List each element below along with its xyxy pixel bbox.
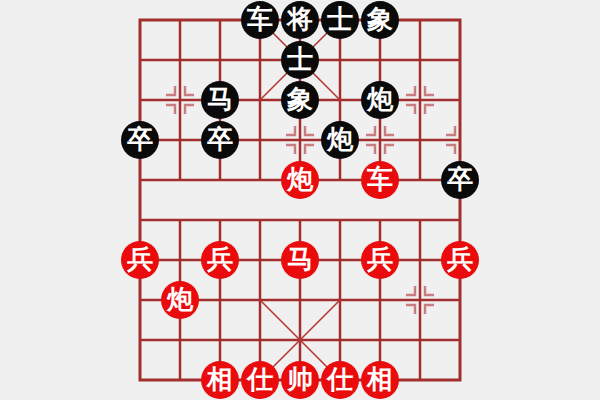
piece-black-soldier[interactable]: 卒: [201, 121, 239, 159]
piece-black-elephant[interactable]: 象: [281, 81, 319, 119]
piece-black-cannon[interactable]: 炮: [361, 81, 399, 119]
piece-black-general[interactable]: 将: [281, 1, 319, 39]
piece-red-cannon[interactable]: 炮: [161, 281, 199, 319]
piece-black-advisor[interactable]: 士: [281, 41, 319, 79]
piece-red-soldier[interactable]: 兵: [361, 241, 399, 279]
xiangqi-board: 车将士象士马象炮卒卒炮炮车卒兵兵马兵兵炮相仕帅仕相: [120, 0, 480, 400]
piece-black-chariot[interactable]: 车: [241, 1, 279, 39]
piece-black-elephant[interactable]: 象: [361, 1, 399, 39]
piece-red-soldier[interactable]: 兵: [121, 241, 159, 279]
piece-red-general[interactable]: 帅: [281, 361, 319, 399]
piece-red-advisor[interactable]: 仕: [241, 361, 279, 399]
piece-red-elephant[interactable]: 相: [361, 361, 399, 399]
piece-black-advisor[interactable]: 士: [321, 1, 359, 39]
piece-black-soldier[interactable]: 卒: [441, 161, 479, 199]
piece-black-horse[interactable]: 马: [201, 81, 239, 119]
piece-red-cannon[interactable]: 炮: [281, 161, 319, 199]
piece-red-elephant[interactable]: 相: [201, 361, 239, 399]
piece-black-soldier[interactable]: 卒: [121, 121, 159, 159]
piece-red-horse[interactable]: 马: [281, 241, 319, 279]
piece-red-chariot[interactable]: 车: [361, 161, 399, 199]
xiangqi-app: 车将士象士马象炮卒卒炮炮车卒兵兵马兵兵炮相仕帅仕相: [0, 0, 600, 400]
piece-red-advisor[interactable]: 仕: [321, 361, 359, 399]
piece-black-cannon[interactable]: 炮: [321, 121, 359, 159]
piece-red-soldier[interactable]: 兵: [441, 241, 479, 279]
piece-red-soldier[interactable]: 兵: [201, 241, 239, 279]
